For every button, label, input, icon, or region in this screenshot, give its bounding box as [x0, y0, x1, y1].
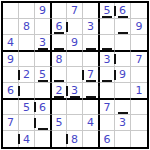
- cell-r6c7[interactable]: [99, 83, 115, 99]
- cell-r2c6[interactable]: 3: [83, 19, 99, 35]
- sudoku-app: 975686394399837257962315677543486: [0, 1, 150, 150]
- consecutive-marker-horizontal: [118, 16, 128, 18]
- cell-r8c9[interactable]: [131, 115, 147, 131]
- cell-r3c2[interactable]: [19, 35, 35, 51]
- cell-r4c4[interactable]: 8: [51, 51, 67, 67]
- consecutive-marker-horizontal: [54, 32, 64, 34]
- cell-r4c1[interactable]: 9: [3, 51, 19, 67]
- consecutive-marker-vertical: [98, 22, 100, 32]
- cell-r1c9[interactable]: [131, 3, 147, 19]
- consecutive-marker-vertical: [18, 86, 20, 96]
- consecutive-marker-vertical: [34, 118, 36, 128]
- cell-r2c1[interactable]: [3, 19, 19, 35]
- cell-r2c2[interactable]: 8: [19, 19, 35, 35]
- cell-r4c5[interactable]: [67, 51, 83, 67]
- cell-r9c3[interactable]: [35, 131, 51, 147]
- consecutive-marker-horizontal: [86, 80, 96, 82]
- cell-r4c7[interactable]: 3: [99, 51, 115, 67]
- consecutive-marker-horizontal: [102, 16, 112, 18]
- consecutive-marker-vertical: [18, 134, 20, 144]
- cell-r9c7[interactable]: 6: [99, 131, 115, 147]
- cell-r8c4[interactable]: 5: [51, 115, 67, 131]
- cell-r2c5[interactable]: [67, 19, 83, 35]
- consecutive-marker-horizontal: [38, 80, 48, 82]
- consecutive-marker-horizontal: [54, 80, 64, 82]
- cell-r9c5[interactable]: 8: [67, 131, 83, 147]
- cell-r1c3[interactable]: 9: [35, 3, 51, 19]
- cell-r2c7[interactable]: [99, 19, 115, 35]
- cell-r5c5[interactable]: [67, 67, 83, 83]
- cell-r8c1[interactable]: 7: [3, 115, 19, 131]
- cell-r5c1[interactable]: [3, 67, 19, 83]
- cell-r9c1[interactable]: [3, 131, 19, 147]
- cell-r1c4[interactable]: [51, 3, 67, 19]
- cell-r7c7[interactable]: 7: [99, 99, 115, 115]
- cell-r8c8[interactable]: 3: [115, 115, 131, 131]
- consecutive-marker-horizontal: [54, 96, 64, 98]
- consecutive-marker-vertical: [18, 70, 20, 80]
- cell-r7c1[interactable]: [3, 99, 19, 115]
- cell-r7c4[interactable]: [51, 99, 67, 115]
- cell-r8c2[interactable]: [19, 115, 35, 131]
- cell-r1c2[interactable]: [19, 3, 35, 19]
- cell-r9c4[interactable]: [51, 131, 67, 147]
- cell-r2c3[interactable]: [35, 19, 51, 35]
- cell-r3c1[interactable]: 4: [3, 35, 19, 51]
- consecutive-marker-vertical: [114, 54, 116, 64]
- cell-r9c6[interactable]: [83, 131, 99, 147]
- consecutive-marker-vertical: [82, 70, 84, 80]
- cell-r4c6[interactable]: [83, 51, 99, 67]
- cell-r4c2[interactable]: [19, 51, 35, 67]
- consecutive-marker-horizontal: [118, 32, 128, 34]
- consecutive-marker-horizontal: [86, 48, 96, 50]
- cell-r8c5[interactable]: [67, 115, 83, 131]
- consecutive-marker-horizontal: [38, 48, 48, 50]
- consecutive-marker-vertical: [66, 134, 68, 144]
- cell-r6c9[interactable]: 1: [131, 83, 147, 99]
- cell-r7c3[interactable]: 6: [35, 99, 51, 115]
- cell-r6c2[interactable]: [19, 83, 35, 99]
- cell-r1c1[interactable]: [3, 3, 19, 19]
- cell-r8c7[interactable]: [99, 115, 115, 131]
- consecutive-marker-vertical: [66, 22, 68, 32]
- consecutive-marker-horizontal: [54, 48, 64, 50]
- cell-r4c9[interactable]: 7: [131, 51, 147, 67]
- consecutive-marker-vertical: [98, 86, 100, 96]
- consecutive-marker-vertical: [114, 70, 116, 80]
- cell-r4c8[interactable]: [115, 51, 131, 67]
- cell-r7c2[interactable]: 5: [19, 99, 35, 115]
- cell-r1c5[interactable]: 7: [67, 3, 83, 19]
- consecutive-marker-horizontal: [86, 96, 96, 98]
- cell-r6c1[interactable]: 6: [3, 83, 19, 99]
- cell-r5c2[interactable]: 2: [19, 67, 35, 83]
- cell-r3c8[interactable]: [115, 35, 131, 51]
- cell-r9c8[interactable]: [115, 131, 131, 147]
- consecutive-marker-vertical: [34, 102, 36, 112]
- cell-r5c9[interactable]: [131, 67, 147, 83]
- cell-r3c5[interactable]: 9: [67, 35, 83, 51]
- cell-r7c6[interactable]: [83, 99, 99, 115]
- consecutive-marker-horizontal: [38, 128, 48, 130]
- cell-r1c6[interactable]: [83, 3, 99, 19]
- cell-r7c5[interactable]: [67, 99, 83, 115]
- consecutive-marker-horizontal: [102, 48, 112, 50]
- cell-r7c9[interactable]: [131, 99, 147, 115]
- cell-r3c9[interactable]: [131, 35, 147, 51]
- consecutive-marker-horizontal: [118, 112, 128, 114]
- consecutive-marker-vertical: [114, 6, 116, 16]
- consecutive-marker-horizontal: [102, 80, 112, 82]
- cell-r6c3[interactable]: [35, 83, 51, 99]
- consecutive-marker-horizontal: [70, 96, 80, 98]
- cell-r9c9[interactable]: [131, 131, 147, 147]
- cell-r9c2[interactable]: 4: [19, 131, 35, 147]
- sudoku-board: 975686394399837257962315677543486: [1, 1, 149, 149]
- cell-r6c8[interactable]: [115, 83, 131, 99]
- cell-r2c9[interactable]: 9: [131, 19, 147, 35]
- cell-r4c3[interactable]: [35, 51, 51, 67]
- cell-r5c8[interactable]: 9: [115, 67, 131, 83]
- consecutive-marker-vertical: [66, 86, 68, 96]
- cell-r8c6[interactable]: 4: [83, 115, 99, 131]
- consecutive-marker-vertical: [98, 70, 100, 80]
